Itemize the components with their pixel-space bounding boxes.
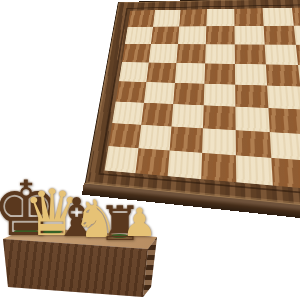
board-surface bbox=[105, 7, 300, 197]
board-square bbox=[267, 86, 300, 110]
board-square bbox=[170, 127, 203, 153]
board-square bbox=[168, 150, 202, 179]
board-square bbox=[234, 26, 264, 45]
board-square bbox=[268, 108, 300, 134]
board-square bbox=[179, 9, 207, 26]
board-square bbox=[149, 44, 178, 63]
board-square bbox=[135, 148, 169, 176]
board-square bbox=[204, 84, 236, 107]
board-square bbox=[266, 64, 300, 86]
board-square bbox=[125, 27, 153, 44]
board-square bbox=[292, 7, 300, 25]
board-square bbox=[206, 26, 235, 44]
board-square bbox=[205, 44, 235, 64]
board-square bbox=[235, 107, 269, 132]
board-square bbox=[176, 44, 205, 63]
board-square bbox=[146, 63, 176, 83]
board-square bbox=[235, 85, 268, 108]
board-square bbox=[271, 158, 300, 189]
board-square bbox=[202, 128, 236, 155]
piece-light-pawn: ♟ bbox=[120, 203, 159, 242]
board-square bbox=[234, 8, 263, 26]
board-square bbox=[178, 26, 207, 44]
board-square bbox=[105, 146, 139, 173]
product-photo-stage: ♚ ♛ ♝ ♞ ♜ ♟ bbox=[0, 0, 300, 300]
board-square bbox=[235, 44, 266, 64]
board-square bbox=[141, 103, 173, 127]
board-square bbox=[203, 105, 236, 130]
board-square bbox=[128, 10, 155, 27]
board-square bbox=[144, 82, 175, 104]
board-square bbox=[270, 132, 300, 160]
board-square bbox=[204, 63, 235, 84]
board-square bbox=[153, 10, 181, 27]
board-square bbox=[122, 44, 151, 63]
board-square bbox=[171, 104, 203, 128]
board-square bbox=[265, 45, 298, 65]
board-square bbox=[119, 62, 149, 82]
board-square bbox=[138, 125, 171, 151]
board-square bbox=[173, 83, 204, 105]
board-square bbox=[116, 81, 147, 103]
board-square bbox=[236, 130, 272, 158]
board-square bbox=[112, 102, 144, 125]
board-square bbox=[264, 26, 296, 45]
board-square bbox=[235, 64, 267, 86]
board-square bbox=[109, 123, 142, 148]
board-square bbox=[263, 8, 294, 26]
board-square bbox=[206, 9, 234, 27]
chessboard bbox=[85, 0, 300, 217]
board-square bbox=[151, 26, 179, 44]
board-square bbox=[201, 153, 236, 182]
board-square bbox=[236, 155, 273, 185]
board-square bbox=[175, 63, 205, 84]
board-square bbox=[294, 25, 300, 44]
